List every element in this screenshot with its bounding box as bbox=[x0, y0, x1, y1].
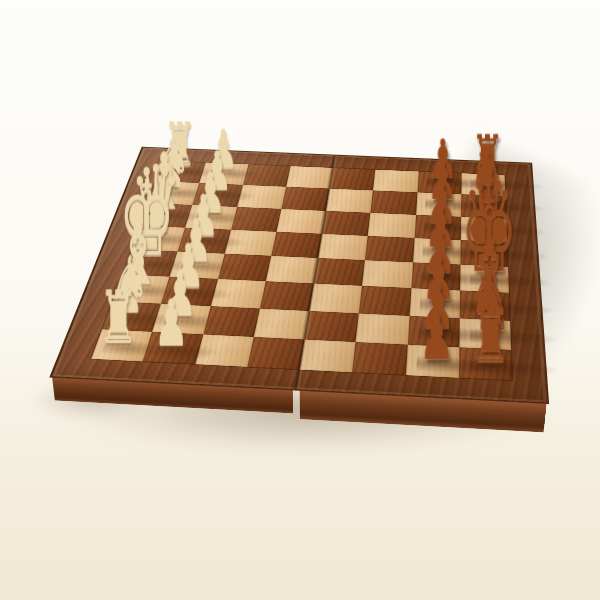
white-pawn: ♟ bbox=[129, 291, 214, 355]
chessboard: ♜♞♝♛♚♝♞♜♟♟♟♟♟♟♟♟♟♟♟♟♟♟♟♟♜♞♝♛♚♝♞♜ bbox=[49, 147, 549, 404]
photo-scene: ♜♞♝♛♚♝♞♜♟♟♟♟♟♟♟♟♟♟♟♟♟♟♟♟♜♞♝♛♚♝♞♜ bbox=[0, 0, 600, 600]
pieces-layer: ♜♞♝♛♚♝♞♜♟♟♟♟♟♟♟♟♟♟♟♟♟♟♟♟♜♞♝♛♚♝♞♜ bbox=[52, 148, 547, 403]
black-rook: ♜ bbox=[447, 298, 533, 372]
